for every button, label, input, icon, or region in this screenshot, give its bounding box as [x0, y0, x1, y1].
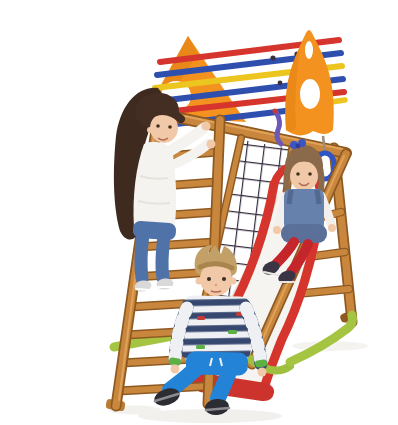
girl-jeans-right-leg [162, 236, 164, 278]
boy-hand [171, 365, 180, 374]
boy-hand-2 [258, 368, 267, 377]
product-photo [40, 16, 398, 425]
play-structure-illustration [40, 16, 398, 425]
girl-jeans-left-leg [141, 234, 143, 278]
toddler-shorts [281, 224, 327, 243]
rocket-oval-cutout [300, 79, 320, 109]
purple-strap [276, 112, 281, 144]
girl-hand-2 [207, 140, 216, 149]
girl-hand [202, 122, 211, 131]
toddler-face [290, 161, 318, 191]
rocket-slot-cutout [305, 41, 313, 59]
blue-bow [296, 144, 301, 149]
